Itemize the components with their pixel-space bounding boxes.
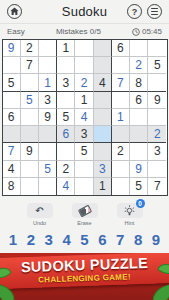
cell-r7c2[interactable]: 9 [21, 143, 39, 160]
cell-r2c9[interactable]: 5 [148, 57, 166, 74]
cell-r1c6[interactable] [94, 40, 112, 57]
cell-r9c8[interactable]: 5 [130, 178, 148, 195]
cell-r8c7[interactable] [112, 161, 130, 178]
timer: 05:45 [132, 27, 162, 36]
cell-r1c7[interactable]: 6 [112, 40, 130, 57]
cell-r2c1[interactable] [3, 57, 21, 74]
cell-r8c3[interactable]: 5 [39, 161, 57, 178]
cell-r7c8[interactable] [130, 143, 148, 160]
cell-r8c6[interactable]: 3 [94, 161, 112, 178]
cell-r2c7[interactable] [112, 57, 130, 74]
header: Sudoku ? [0, 0, 169, 24]
clock-icon [132, 28, 140, 36]
cell-r4c4[interactable] [57, 92, 75, 109]
cell-r4c1[interactable] [3, 92, 21, 109]
cell-r5c4[interactable]: 5 [57, 109, 75, 126]
cell-r1c9[interactable] [148, 40, 166, 57]
cell-r3c5[interactable]: 2 [75, 74, 93, 91]
hint-label: Hint [114, 220, 146, 226]
cell-r3c3[interactable]: 1 [39, 74, 57, 91]
toolbar: ↶ Undo Erase Hint 0 [0, 203, 169, 226]
cell-r2c8[interactable]: 2 [130, 57, 148, 74]
cell-r5c5[interactable]: 4 [75, 109, 93, 126]
cell-r4c5[interactable]: 1 [75, 92, 93, 109]
lightbulb-icon [124, 205, 135, 216]
cell-r2c2[interactable]: 7 [21, 57, 39, 74]
undo-label: Undo [24, 220, 56, 226]
numpad-7[interactable]: 7 [112, 231, 128, 248]
leaf-icon [149, 284, 169, 300]
cell-r8c8[interactable]: 9 [130, 161, 148, 178]
question-mark-icon: ? [132, 7, 138, 17]
cell-r5c7[interactable]: 1 [112, 109, 130, 126]
numpad-8[interactable]: 8 [130, 231, 146, 248]
cell-r4c2[interactable]: 5 [21, 92, 39, 109]
cell-r8c4[interactable]: 2 [57, 161, 75, 178]
cell-r1c1[interactable]: 9 [3, 40, 21, 57]
numpad-9[interactable]: 9 [148, 231, 164, 248]
cell-r3c6[interactable]: 4 [94, 74, 112, 91]
cell-r8c5[interactable] [75, 161, 93, 178]
cell-r3c9[interactable] [148, 74, 166, 91]
erase-label: Erase [69, 220, 101, 226]
page-title: Sudoku [0, 4, 169, 19]
help-button[interactable]: ? [127, 4, 142, 19]
numpad-2[interactable]: 2 [23, 231, 39, 248]
cell-r3c8[interactable]: 8 [130, 74, 148, 91]
cell-r2c3[interactable] [39, 57, 57, 74]
erase-button[interactable]: Erase [69, 203, 101, 226]
cell-r8c1[interactable]: 4 [3, 161, 21, 178]
menu-button[interactable] [147, 4, 162, 19]
numpad-5[interactable]: 5 [77, 231, 93, 248]
cell-r8c9[interactable] [148, 161, 166, 178]
cell-r5c3[interactable]: 9 [39, 109, 57, 126]
numpad-1[interactable]: 1 [5, 231, 21, 248]
cell-r6c9[interactable]: 2 [148, 126, 166, 143]
cell-r6c3[interactable] [39, 126, 57, 143]
cell-r6c7[interactable] [112, 126, 130, 143]
cell-r9c3[interactable] [39, 178, 57, 195]
cell-r7c1[interactable]: 7 [3, 143, 21, 160]
undo-button[interactable]: ↶ Undo [24, 203, 56, 226]
cell-r6c4[interactable]: 6 [57, 126, 75, 143]
hint-badge: 0 [136, 199, 145, 208]
cell-r9c9[interactable]: 7 [148, 178, 166, 195]
cell-r5c9[interactable] [148, 109, 166, 126]
cell-r5c2[interactable] [21, 109, 39, 126]
numpad: 123456789 [0, 231, 169, 248]
cell-r4c9[interactable]: 9 [148, 92, 166, 109]
mistakes-counter: Mistakes 0/5 [56, 27, 101, 36]
cell-r9c6[interactable]: 1 [94, 178, 112, 195]
hamburger-menu-icon [151, 8, 158, 9]
difficulty-label: Easy [7, 27, 25, 36]
time-value: 05:45 [142, 27, 162, 36]
cell-r6c6[interactable] [94, 126, 112, 143]
cell-r4c8[interactable]: 6 [130, 92, 148, 109]
cell-r8c2[interactable] [21, 161, 39, 178]
cell-r2c4[interactable] [57, 57, 75, 74]
cell-r6c2[interactable] [21, 126, 39, 143]
cell-r1c2[interactable]: 2 [21, 40, 39, 57]
numpad-3[interactable]: 3 [41, 231, 57, 248]
cell-r7c3[interactable] [39, 143, 57, 160]
numpad-6[interactable]: 6 [94, 231, 110, 248]
numpad-4[interactable]: 4 [59, 231, 75, 248]
ad-banner[interactable]: SUDOKU PUZZLE CHALLENGING GAME! [0, 253, 169, 300]
cell-r1c4[interactable]: 1 [57, 40, 75, 57]
hint-button[interactable]: Hint 0 [114, 203, 146, 226]
cell-r4c3[interactable]: 3 [39, 92, 57, 109]
cell-r1c3[interactable] [39, 40, 57, 57]
cell-r9c5[interactable] [75, 178, 93, 195]
cell-r7c7[interactable]: 2 [112, 143, 130, 160]
cell-r9c2[interactable] [21, 178, 39, 195]
cell-r1c8[interactable] [130, 40, 148, 57]
cell-r6c1[interactable] [3, 126, 21, 143]
cell-r7c4[interactable] [57, 143, 75, 160]
status-bar: Easy Mistakes 0/5 05:45 [0, 24, 169, 39]
cell-r7c5[interactable]: 5 [75, 143, 93, 160]
cell-r9c7[interactable] [112, 178, 130, 195]
cell-r9c4[interactable]: 4 [57, 178, 75, 195]
cell-r3c4[interactable]: 3 [57, 74, 75, 91]
cell-r2c6[interactable] [94, 57, 112, 74]
cell-r5c8[interactable] [130, 109, 148, 126]
cell-r2c5[interactable] [75, 57, 93, 74]
cell-r5c1[interactable]: 6 [3, 109, 21, 126]
undo-icon: ↶ [35, 206, 43, 216]
cell-r5c6[interactable] [94, 109, 112, 126]
cell-r3c1[interactable]: 5 [3, 74, 21, 91]
cell-r1c5[interactable] [75, 40, 93, 57]
cell-r6c5[interactable]: 3 [75, 126, 93, 143]
cell-r4c6[interactable] [94, 92, 112, 109]
cell-r7c6[interactable] [94, 143, 112, 160]
cell-r9c1[interactable]: 8 [3, 178, 21, 195]
cell-r4c7[interactable] [112, 92, 130, 109]
cell-r6c8[interactable] [130, 126, 148, 143]
eraser-icon [77, 204, 91, 217]
cell-r3c2[interactable] [21, 74, 39, 91]
cell-r3c7[interactable]: 7 [112, 74, 130, 91]
cell-r7c9[interactable]: 3 [148, 143, 166, 160]
sudoku-board[interactable]: 9216725513247853169695416327952345239841… [2, 39, 168, 196]
